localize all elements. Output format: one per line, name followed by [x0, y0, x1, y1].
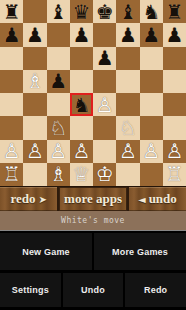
status-bar: White's move — [0, 211, 186, 231]
square-d8[interactable]: ♛ — [70, 0, 93, 23]
white-pawn: ♙ — [119, 141, 137, 161]
square-c1[interactable]: ♗ — [47, 163, 70, 186]
black-rook: ♜ — [3, 2, 21, 22]
white-pawn: ♙ — [26, 141, 44, 161]
square-b4[interactable] — [23, 93, 46, 116]
chess-board: ♜♝♛♚♝♞♜♟♟♟♟♟♟♟♗♟♞♙♘♘♙♙♙♙♙♙♙♖♗♕♔♖ — [0, 0, 186, 186]
square-d7[interactable]: ♟ — [70, 23, 93, 46]
square-c8[interactable]: ♝ — [47, 0, 70, 23]
white-rook: ♖ — [165, 164, 183, 184]
black-knight: ♞ — [142, 2, 160, 22]
white-pawn: ♙ — [165, 141, 183, 161]
black-pawn: ♟ — [165, 25, 183, 45]
square-f7[interactable]: ♟ — [116, 23, 139, 46]
new-game-button[interactable]: New Game — [0, 233, 92, 270]
square-d5[interactable] — [70, 70, 93, 93]
undo-button-label: undo — [149, 191, 177, 207]
black-bishop: ♝ — [119, 2, 137, 22]
black-pawn: ♟ — [142, 25, 160, 45]
square-e8[interactable]: ♚ — [93, 0, 116, 23]
square-g4[interactable] — [140, 93, 163, 116]
square-c7[interactable] — [47, 23, 70, 46]
square-e6[interactable]: ♟ — [93, 47, 116, 70]
square-g1[interactable] — [140, 163, 163, 186]
square-a6[interactable] — [0, 47, 23, 70]
square-h5[interactable] — [163, 70, 186, 93]
square-h6[interactable] — [163, 47, 186, 70]
white-pawn: ♙ — [72, 141, 90, 161]
square-a8[interactable]: ♜ — [0, 0, 23, 23]
more-games-button[interactable]: More Games — [94, 233, 186, 270]
square-g5[interactable] — [140, 70, 163, 93]
square-a5[interactable] — [0, 70, 23, 93]
square-g2[interactable]: ♙ — [140, 140, 163, 163]
white-pawn: ♙ — [3, 141, 21, 161]
square-g8[interactable]: ♞ — [140, 0, 163, 23]
square-b8[interactable] — [23, 0, 46, 23]
square-h3[interactable] — [163, 116, 186, 139]
square-b2[interactable]: ♙ — [23, 140, 46, 163]
redo-button[interactable]: redo ➤ — [0, 187, 57, 211]
square-d2[interactable]: ♙ — [70, 140, 93, 163]
redo-menu-button[interactable]: Redo — [125, 273, 186, 307]
black-pawn: ♟ — [119, 25, 137, 45]
redo-button-label: redo — [10, 191, 35, 207]
square-f4[interactable] — [116, 93, 139, 116]
square-d1[interactable]: ♕ — [70, 163, 93, 186]
white-pawn: ♙ — [49, 141, 67, 161]
white-pawn: ♙ — [142, 141, 160, 161]
black-queen: ♛ — [72, 2, 90, 22]
square-c3[interactable]: ♘ — [47, 116, 70, 139]
square-b5[interactable]: ♗ — [23, 70, 46, 93]
square-a2[interactable]: ♙ — [0, 140, 23, 163]
black-rook: ♜ — [165, 2, 183, 22]
black-pawn: ♟ — [72, 25, 90, 45]
square-c2[interactable]: ♙ — [47, 140, 70, 163]
square-c6[interactable] — [47, 47, 70, 70]
black-knight: ♞ — [72, 95, 90, 115]
redo-arrow-icon: ➤ — [38, 194, 46, 205]
turn-indicator: White's move — [61, 216, 125, 225]
square-b3[interactable] — [23, 116, 46, 139]
undo-button[interactable]: ◄ undo — [127, 187, 186, 211]
square-f5[interactable] — [116, 70, 139, 93]
black-king: ♚ — [96, 2, 114, 22]
square-a3[interactable] — [0, 116, 23, 139]
more-apps-button-label: more apps — [64, 191, 122, 207]
square-b6[interactable] — [23, 47, 46, 70]
white-rook: ♖ — [3, 164, 21, 184]
black-pawn: ♟ — [49, 71, 67, 91]
square-e1[interactable]: ♔ — [93, 163, 116, 186]
square-e2[interactable] — [93, 140, 116, 163]
menu-row-1: New Game More Games — [0, 233, 186, 270]
square-g7[interactable]: ♟ — [140, 23, 163, 46]
game-toolbar: redo ➤ more apps ◄ undo — [0, 186, 186, 211]
square-d4[interactable]: ♞ — [70, 93, 93, 116]
square-a1[interactable]: ♖ — [0, 163, 23, 186]
square-h2[interactable]: ♙ — [163, 140, 186, 163]
black-pawn: ♟ — [26, 25, 44, 45]
undo-menu-button[interactable]: Undo — [63, 273, 124, 307]
square-f6[interactable] — [116, 47, 139, 70]
white-knight: ♘ — [119, 118, 137, 138]
black-pawn: ♟ — [96, 48, 114, 68]
menu-row-2: Settings Undo Redo — [0, 273, 186, 307]
square-e4[interactable]: ♙ — [93, 93, 116, 116]
chess-app: ♜♝♛♚♝♞♜♟♟♟♟♟♟♟♗♟♞♙♘♘♙♙♙♙♙♙♙♖♗♕♔♖ redo ➤ … — [0, 0, 186, 310]
square-d6[interactable] — [70, 47, 93, 70]
square-f8[interactable]: ♝ — [116, 0, 139, 23]
square-c5[interactable]: ♟ — [47, 70, 70, 93]
square-h1[interactable]: ♖ — [163, 163, 186, 186]
white-bishop: ♗ — [49, 164, 67, 184]
square-a4[interactable] — [0, 93, 23, 116]
white-knight: ♘ — [49, 118, 67, 138]
square-d3[interactable] — [70, 116, 93, 139]
square-e7[interactable] — [93, 23, 116, 46]
square-b1[interactable] — [23, 163, 46, 186]
black-bishop: ♝ — [49, 2, 67, 22]
white-queen: ♕ — [72, 164, 90, 184]
undo-arrow-icon: ◄ — [138, 194, 146, 205]
square-h8[interactable]: ♜ — [163, 0, 186, 23]
square-f1[interactable] — [116, 163, 139, 186]
square-f3[interactable]: ♘ — [116, 116, 139, 139]
black-pawn: ♟ — [3, 25, 21, 45]
square-b7[interactable]: ♟ — [23, 23, 46, 46]
square-c4[interactable] — [47, 93, 70, 116]
white-bishop: ♗ — [26, 71, 44, 91]
white-king: ♔ — [96, 164, 114, 184]
square-g6[interactable] — [140, 47, 163, 70]
settings-button[interactable]: Settings — [0, 273, 61, 307]
more-apps-button[interactable]: more apps — [57, 187, 127, 211]
square-e3[interactable] — [93, 116, 116, 139]
square-g3[interactable] — [140, 116, 163, 139]
square-h4[interactable] — [163, 93, 186, 116]
square-e5[interactable] — [93, 70, 116, 93]
square-h7[interactable]: ♟ — [163, 23, 186, 46]
square-a7[interactable]: ♟ — [0, 23, 23, 46]
white-pawn: ♙ — [96, 95, 114, 115]
square-f2[interactable]: ♙ — [116, 140, 139, 163]
